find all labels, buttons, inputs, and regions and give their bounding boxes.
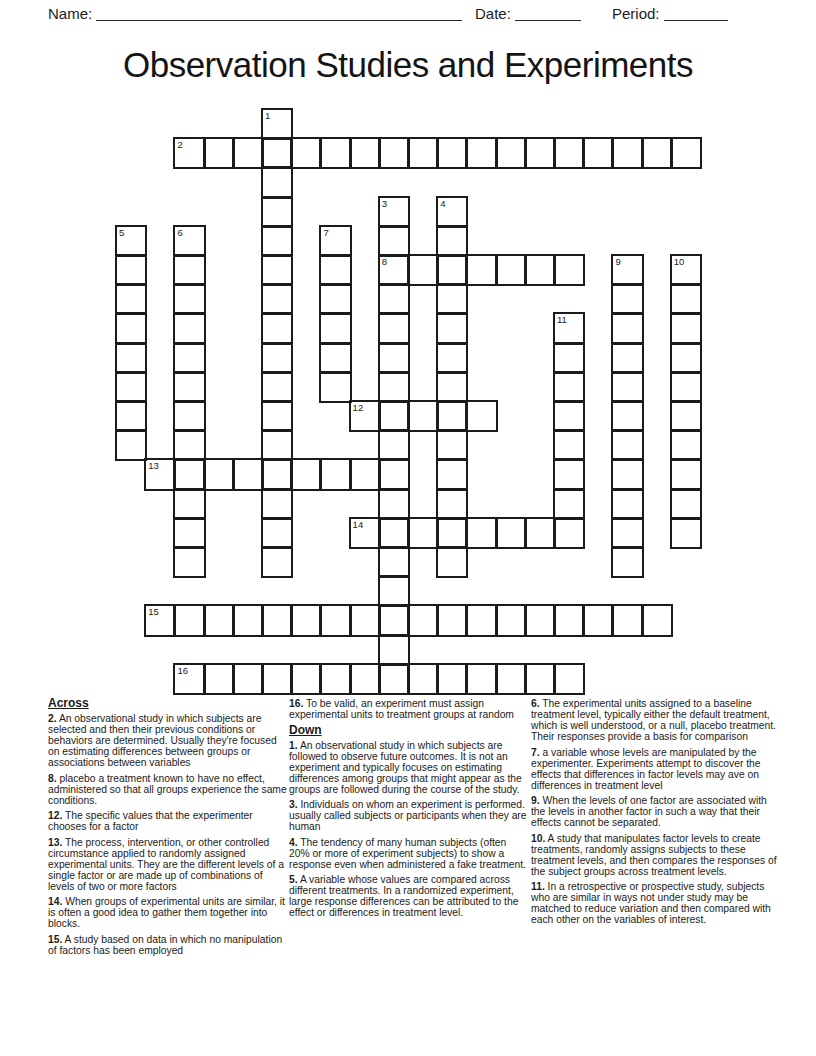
grid-cell-r5c5[interactable] [261, 254, 293, 286]
clue-across-15: 15. A study based on data in which no ma… [48, 934, 290, 956]
grid-cell-r7c5[interactable] [261, 312, 293, 344]
grid-cell-r14c17[interactable] [611, 517, 643, 549]
grid-cell-r17c7[interactable] [319, 604, 351, 636]
grid-cell-r9c5[interactable] [261, 371, 293, 403]
grid-cell-r9c11[interactable] [436, 371, 468, 403]
grid-cell-r8c11[interactable] [436, 342, 468, 374]
clue-down-9: 9. When the levels of one factor are ass… [531, 795, 777, 828]
grid-cell-r10c8[interactable]: 12 [349, 400, 381, 432]
grid-cell-r12c8[interactable] [349, 458, 381, 490]
grid-cell-r4c2[interactable]: 6 [173, 225, 205, 257]
clue-number-label: 13. [48, 837, 62, 848]
grid-cell-r17c8[interactable] [349, 604, 381, 636]
grid-cell-r4c0[interactable]: 5 [115, 225, 147, 257]
clue-number-16: 16 [177, 665, 188, 676]
grid-cell-r2c5[interactable] [261, 166, 293, 198]
grid-cell-r6c11[interactable] [436, 283, 468, 315]
grid-cell-r13c9[interactable] [378, 488, 410, 520]
grid-cell-r11c5[interactable] [261, 429, 293, 461]
grid-cell-r1c11[interactable] [436, 137, 468, 169]
grid-cell-r19c6[interactable] [290, 663, 322, 695]
grid-cell-r10c15[interactable] [553, 400, 585, 432]
grid-cell-r14c2[interactable] [173, 517, 205, 549]
grid-cell-r12c17[interactable] [611, 458, 643, 490]
grid-cell-r19c2[interactable]: 16 [173, 663, 205, 695]
grid-cell-r17c9[interactable] [378, 604, 410, 636]
grid-cell-r4c9[interactable] [378, 225, 410, 257]
grid-cell-r17c14[interactable] [524, 604, 556, 636]
period-label: Period: [612, 5, 660, 22]
clue-down-10: 10. A study that manipulates factor leve… [531, 833, 777, 877]
grid-cell-r12c11[interactable] [436, 458, 468, 490]
grid-cell-r14c13[interactable] [495, 517, 527, 549]
grid-cell-r1c10[interactable] [407, 137, 439, 169]
clue-down-11: 11. In a retrospective or prospective st… [531, 881, 777, 925]
grid-cell-r1c3[interactable] [203, 137, 235, 169]
clue-number-4: 4 [440, 198, 445, 209]
grid-cell-r5c11[interactable] [436, 254, 468, 286]
grid-cell-r12c15[interactable] [553, 458, 585, 490]
grid-cell-r14c14[interactable] [524, 517, 556, 549]
grid-cell-r7c0[interactable] [115, 312, 147, 344]
grid-cell-r1c15[interactable] [553, 137, 585, 169]
grid-cell-r1c4[interactable] [232, 137, 264, 169]
grid-cell-r5c0[interactable] [115, 254, 147, 286]
grid-cell-r14c5[interactable] [261, 517, 293, 549]
grid-cell-r5c7[interactable] [319, 254, 351, 286]
grid-cell-r6c9[interactable] [378, 283, 410, 315]
grid-cell-r5c14[interactable] [524, 254, 556, 286]
name-field: Name: [48, 5, 462, 22]
grid-cell-r10c12[interactable] [465, 400, 497, 432]
clue-number-2: 2 [177, 139, 182, 150]
clue-number-13: 13 [148, 460, 159, 471]
grid-cell-r8c5[interactable] [261, 342, 293, 374]
grid-cell-r11c9[interactable] [378, 429, 410, 461]
clue-across-12: 12. The specific values that the experim… [48, 810, 290, 832]
clue-across-2: 2. An observational study in which subje… [48, 713, 290, 768]
grid-cell-r10c5[interactable] [261, 400, 293, 432]
grid-cell-r10c10[interactable] [407, 400, 439, 432]
grid-cell-r15c2[interactable] [173, 546, 205, 578]
grid-cell-r10c2[interactable] [173, 400, 205, 432]
grid-cell-r11c19[interactable] [670, 429, 702, 461]
grid-cell-r5c19[interactable]: 10 [670, 254, 702, 286]
crossword-grid: 12345678910111213141516 [116, 109, 700, 693]
grid-cell-r1c16[interactable] [582, 137, 614, 169]
grid-cell-r17c11[interactable] [436, 604, 468, 636]
grid-cell-r17c2[interactable] [173, 604, 205, 636]
grid-cell-r5c9[interactable]: 8 [378, 254, 410, 286]
grid-cell-r11c15[interactable] [553, 429, 585, 461]
grid-cell-r17c17[interactable] [611, 604, 643, 636]
grid-cell-r19c9[interactable] [378, 663, 410, 695]
grid-cell-r5c2[interactable] [173, 254, 205, 286]
grid-cell-r6c0[interactable] [115, 283, 147, 315]
grid-cell-r17c13[interactable] [495, 604, 527, 636]
grid-cell-r6c17[interactable] [611, 283, 643, 315]
grid-cell-r14c10[interactable] [407, 517, 439, 549]
grid-cell-r17c18[interactable] [641, 604, 673, 636]
clue-number-label: 16. [289, 698, 303, 709]
clue-number-label: 14. [48, 896, 62, 907]
clue-number-label: 11. [531, 881, 545, 892]
clue-down-4: 4. The tendency of many human subjects (… [289, 837, 529, 870]
grid-cell-r1c14[interactable] [524, 137, 556, 169]
grid-cell-r7c15[interactable]: 11 [553, 312, 585, 344]
grid-cell-r1c13[interactable] [495, 137, 527, 169]
date-field: Date: [475, 5, 581, 22]
grid-cell-r14c12[interactable] [465, 517, 497, 549]
grid-cell-r19c5[interactable] [261, 663, 293, 695]
date-blank-line[interactable] [515, 6, 581, 21]
grid-cell-r11c0[interactable] [115, 429, 147, 461]
clue-across-14: 14. When groups of experimental units ar… [48, 896, 290, 929]
grid-cell-r14c8[interactable]: 14 [349, 517, 381, 549]
grid-cell-r13c11[interactable] [436, 488, 468, 520]
clue-number-label: 4. [289, 837, 298, 848]
grid-cell-r12c9[interactable] [378, 458, 410, 490]
period-blank-line[interactable] [664, 6, 728, 21]
grid-cell-r19c13[interactable] [495, 663, 527, 695]
grid-cell-r7c9[interactable] [378, 312, 410, 344]
grid-cell-r3c9[interactable]: 3 [378, 196, 410, 228]
grid-cell-r19c10[interactable] [407, 663, 439, 695]
grid-cell-r10c11[interactable] [436, 400, 468, 432]
grid-cell-r7c7[interactable] [319, 312, 351, 344]
grid-cell-r19c12[interactable] [465, 663, 497, 695]
grid-cell-r12c7[interactable] [319, 458, 351, 490]
clue-number-15: 15 [148, 606, 159, 617]
clue-number-label: 6. [531, 698, 540, 709]
grid-cell-r5c17[interactable]: 9 [611, 254, 643, 286]
grid-cell-r0c5[interactable]: 1 [261, 108, 293, 140]
clue-number-label: 15. [48, 934, 62, 945]
grid-cell-r17c5[interactable] [261, 604, 293, 636]
grid-cell-r19c11[interactable] [436, 663, 468, 695]
grid-cell-r12c19[interactable] [670, 458, 702, 490]
grid-cell-r9c17[interactable] [611, 371, 643, 403]
grid-cell-r10c19[interactable] [670, 400, 702, 432]
grid-cell-r9c9[interactable] [378, 371, 410, 403]
grid-cell-r15c5[interactable] [261, 546, 293, 578]
clue-number-11: 11 [557, 314, 567, 325]
date-label: Date: [475, 5, 511, 22]
grid-cell-r8c0[interactable] [115, 342, 147, 374]
clue-number-5: 5 [119, 227, 124, 238]
clue-down-1: 1. An observational study in which subje… [289, 740, 529, 795]
grid-cell-r12c3[interactable] [203, 458, 235, 490]
period-field: Period: [612, 5, 728, 22]
grid-cell-r1c2[interactable]: 2 [173, 137, 205, 169]
grid-cell-r8c7[interactable] [319, 342, 351, 374]
grid-cell-r13c5[interactable] [261, 488, 293, 520]
clue-column-1: Across2. An observational study in which… [48, 698, 290, 960]
grid-cell-r17c10[interactable] [407, 604, 439, 636]
grid-cell-r1c8[interactable] [349, 137, 381, 169]
grid-cell-r12c6[interactable] [290, 458, 322, 490]
clue-number-9: 9 [615, 256, 620, 267]
grid-cell-r14c19[interactable] [670, 517, 702, 549]
grid-cell-r11c2[interactable] [173, 429, 205, 461]
grid-cell-r13c17[interactable] [611, 488, 643, 520]
grid-cell-r9c15[interactable] [553, 371, 585, 403]
clue-number-8: 8 [382, 256, 387, 267]
worksheet-title: Observation Studies and Experiments [0, 45, 816, 85]
grid-cell-r17c15[interactable] [553, 604, 585, 636]
grid-cell-r7c11[interactable] [436, 312, 468, 344]
clue-number-7: 7 [323, 227, 328, 238]
grid-cell-r9c0[interactable] [115, 371, 147, 403]
grid-cell-r5c13[interactable] [495, 254, 527, 286]
clue-number-label: 2. [48, 713, 57, 724]
grid-cell-r12c2[interactable] [173, 458, 205, 490]
grid-cell-r17c6[interactable] [290, 604, 322, 636]
grid-cell-r12c1[interactable]: 13 [144, 458, 176, 490]
clue-number-label: 12. [48, 810, 62, 821]
grid-cell-r10c9[interactable] [378, 400, 410, 432]
grid-cell-r17c16[interactable] [582, 604, 614, 636]
clue-number-label: 5. [289, 874, 298, 885]
clue-number-1: 1 [265, 110, 270, 121]
grid-cell-r6c19[interactable] [670, 283, 702, 315]
grid-cell-r1c7[interactable] [319, 137, 351, 169]
grid-cell-r7c19[interactable] [670, 312, 702, 344]
grid-cell-r5c12[interactable] [465, 254, 497, 286]
name-blank-line[interactable] [96, 6, 462, 21]
grid-cell-r4c11[interactable] [436, 225, 468, 257]
grid-cell-r17c12[interactable] [465, 604, 497, 636]
grid-cell-r12c5[interactable] [261, 458, 293, 490]
clue-across-13: 13. The process, intervention, or other … [48, 837, 290, 892]
clue-down-3: 3. Individuals on whom an experiment is … [289, 799, 529, 832]
clue-number-10: 10 [674, 256, 685, 267]
clue-number-6: 6 [177, 227, 182, 238]
grid-cell-r19c7[interactable] [319, 663, 351, 695]
clue-number-label: 8. [48, 773, 57, 784]
grid-cell-r13c2[interactable] [173, 488, 205, 520]
grid-cell-r19c4[interactable] [232, 663, 264, 695]
clue-column-2: 16. To be valid, an experiment must assi… [289, 698, 529, 923]
grid-cell-r6c2[interactable] [173, 283, 205, 315]
clue-across-16: 16. To be valid, an experiment must assi… [289, 698, 529, 720]
clue-down-5: 5. A variable whose values are compared … [289, 874, 529, 918]
grid-cell-r11c17[interactable] [611, 429, 643, 461]
clue-number-14: 14 [353, 519, 364, 530]
grid-cell-r6c5[interactable] [261, 283, 293, 315]
grid-cell-r10c0[interactable] [115, 400, 147, 432]
grid-cell-r17c1[interactable]: 15 [144, 604, 176, 636]
grid-cell-r4c5[interactable] [261, 225, 293, 257]
grid-cell-r18c9[interactable] [378, 634, 410, 666]
grid-cell-r1c19[interactable] [670, 137, 702, 169]
grid-cell-r9c2[interactable] [173, 371, 205, 403]
grid-cell-r8c2[interactable] [173, 342, 205, 374]
clue-number-label: 10. [531, 833, 545, 844]
grid-cell-r13c15[interactable] [553, 488, 585, 520]
grid-cell-r6c7[interactable] [319, 283, 351, 315]
grid-cell-r1c17[interactable] [611, 137, 643, 169]
grid-cell-r10c17[interactable] [611, 400, 643, 432]
grid-cell-r5c10[interactable] [407, 254, 439, 286]
grid-cell-r1c12[interactable] [465, 137, 497, 169]
clue-across-8: 8. placebo a treatment known to have no … [48, 773, 290, 806]
grid-cell-r19c15[interactable] [553, 663, 585, 695]
grid-cell-r19c8[interactable] [349, 663, 381, 695]
grid-cell-r15c9[interactable] [378, 546, 410, 578]
grid-cell-r3c5[interactable] [261, 196, 293, 228]
grid-cell-r8c15[interactable] [553, 342, 585, 374]
grid-cell-r3c11[interactable]: 4 [436, 196, 468, 228]
grid-cell-r15c17[interactable] [611, 546, 643, 578]
grid-cell-r13c19[interactable] [670, 488, 702, 520]
clue-number-label: 3. [289, 799, 298, 810]
grid-cell-r15c11[interactable] [436, 546, 468, 578]
grid-cell-r5c15[interactable] [553, 254, 585, 286]
grid-cell-r1c18[interactable] [641, 137, 673, 169]
name-label: Name: [48, 5, 92, 22]
clue-column-3: 6. The experimental units assigned to a … [531, 698, 777, 930]
grid-cell-r1c5[interactable] [261, 137, 293, 169]
grid-cell-r8c19[interactable] [670, 342, 702, 374]
clues-heading-down: Down [289, 725, 529, 736]
clue-down-6: 6. The experimental units assigned to a … [531, 698, 777, 742]
clue-number-label: 9. [531, 795, 540, 806]
grid-cell-r12c4[interactable] [232, 458, 264, 490]
grid-cell-r1c6[interactable] [290, 137, 322, 169]
grid-cell-r7c17[interactable] [611, 312, 643, 344]
grid-cell-r8c17[interactable] [611, 342, 643, 374]
grid-cell-r19c14[interactable] [524, 663, 556, 695]
grid-cell-r17c4[interactable] [232, 604, 264, 636]
grid-cell-r14c9[interactable] [378, 517, 410, 549]
clue-number-12: 12 [353, 402, 364, 413]
grid-cell-r9c7[interactable] [319, 371, 351, 403]
grid-cell-r4c7[interactable]: 7 [319, 225, 351, 257]
grid-cell-r14c11[interactable] [436, 517, 468, 549]
grid-cell-r17c3[interactable] [203, 604, 235, 636]
grid-cell-r16c9[interactable] [378, 575, 410, 607]
clue-number-label: 1. [289, 740, 298, 751]
clue-number-3: 3 [382, 198, 387, 209]
grid-cell-r11c11[interactable] [436, 429, 468, 461]
clue-number-label: 7. [531, 747, 540, 758]
grid-cell-r8c9[interactable] [378, 342, 410, 374]
clues-heading-across: Across [48, 698, 290, 709]
grid-cell-r14c15[interactable] [553, 517, 585, 549]
grid-cell-r19c3[interactable] [203, 663, 235, 695]
grid-cell-r1c9[interactable] [378, 137, 410, 169]
grid-cell-r9c19[interactable] [670, 371, 702, 403]
grid-cell-r7c2[interactable] [173, 312, 205, 344]
clue-down-7: 7. a variable whose levels are manipulat… [531, 747, 777, 791]
